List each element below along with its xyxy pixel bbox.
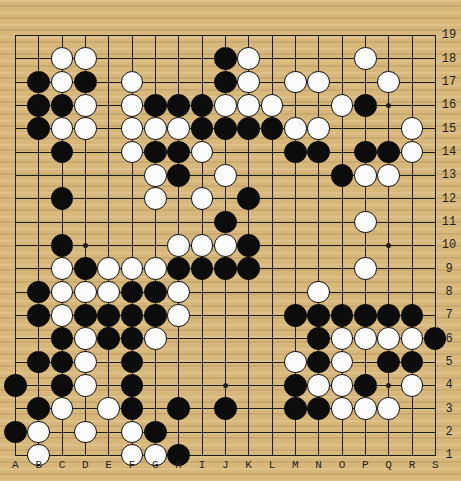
board-intersection-D16[interactable] bbox=[74, 94, 97, 117]
board-intersection-R12[interactable] bbox=[400, 187, 423, 210]
board-intersection-K5[interactable] bbox=[237, 350, 260, 373]
board-intersection-H4[interactable] bbox=[167, 374, 190, 397]
board-intersection-M12[interactable] bbox=[284, 187, 307, 210]
board-intersection-K4[interactable] bbox=[237, 374, 260, 397]
board-intersection-J19[interactable] bbox=[214, 24, 237, 47]
board-intersection-B9[interactable] bbox=[27, 257, 50, 280]
board-intersection-R18[interactable] bbox=[400, 47, 423, 70]
board-intersection-E3[interactable] bbox=[97, 397, 120, 420]
board-intersection-C4[interactable] bbox=[50, 374, 73, 397]
board-intersection-E5[interactable] bbox=[97, 350, 120, 373]
board-intersection-P5[interactable] bbox=[354, 350, 377, 373]
board-intersection-D17[interactable] bbox=[74, 70, 97, 93]
board-intersection-P18[interactable] bbox=[354, 47, 377, 70]
board-intersection-N14[interactable] bbox=[307, 140, 330, 163]
board-intersection-I5[interactable] bbox=[190, 350, 213, 373]
board-intersection-G14[interactable] bbox=[144, 140, 167, 163]
board-intersection-E10[interactable] bbox=[97, 234, 120, 257]
board-intersection-E6[interactable] bbox=[97, 327, 120, 350]
board-intersection-E16[interactable] bbox=[97, 94, 120, 117]
board-intersection-A10[interactable] bbox=[4, 234, 27, 257]
board-intersection-P19[interactable] bbox=[354, 24, 377, 47]
board-intersection-M14[interactable] bbox=[284, 140, 307, 163]
board-intersection-H8[interactable] bbox=[167, 280, 190, 303]
board-intersection-N12[interactable] bbox=[307, 187, 330, 210]
board-intersection-O9[interactable] bbox=[330, 257, 353, 280]
board-intersection-H5[interactable] bbox=[167, 350, 190, 373]
board-intersection-O5[interactable] bbox=[330, 350, 353, 373]
board-intersection-O3[interactable] bbox=[330, 397, 353, 420]
board-intersection-R10[interactable] bbox=[400, 234, 423, 257]
board-intersection-G12[interactable] bbox=[144, 187, 167, 210]
board-intersection-M3[interactable] bbox=[284, 397, 307, 420]
board-intersection-B4[interactable] bbox=[27, 374, 50, 397]
board-intersection-O6[interactable] bbox=[330, 327, 353, 350]
board-intersection-M6[interactable] bbox=[284, 327, 307, 350]
board-intersection-H10[interactable] bbox=[167, 234, 190, 257]
board-intersection-I6[interactable] bbox=[190, 327, 213, 350]
board-intersection-O15[interactable] bbox=[330, 117, 353, 140]
board-intersection-K15[interactable] bbox=[237, 117, 260, 140]
board-intersection-J12[interactable] bbox=[214, 187, 237, 210]
board-intersection-K10[interactable] bbox=[237, 234, 260, 257]
board-intersection-Q13[interactable] bbox=[377, 164, 400, 187]
board-intersection-E2[interactable] bbox=[97, 420, 120, 443]
board-intersection-G13[interactable] bbox=[144, 164, 167, 187]
board-intersection-L6[interactable] bbox=[260, 327, 283, 350]
board-intersection-K18[interactable] bbox=[237, 47, 260, 70]
board-intersection-D19[interactable] bbox=[74, 24, 97, 47]
board-intersection-H3[interactable] bbox=[167, 397, 190, 420]
board-intersection-D15[interactable] bbox=[74, 117, 97, 140]
board-intersection-F8[interactable] bbox=[120, 280, 143, 303]
board-intersection-A19[interactable] bbox=[4, 24, 27, 47]
board-intersection-D6[interactable] bbox=[74, 327, 97, 350]
board-intersection-C5[interactable] bbox=[50, 350, 73, 373]
board-intersection-H7[interactable] bbox=[167, 304, 190, 327]
board-intersection-I8[interactable] bbox=[190, 280, 213, 303]
board-intersection-H18[interactable] bbox=[167, 47, 190, 70]
board-intersection-B13[interactable] bbox=[27, 164, 50, 187]
board-intersection-P13[interactable] bbox=[354, 164, 377, 187]
board-intersection-Q10[interactable] bbox=[377, 234, 400, 257]
board-intersection-N2[interactable] bbox=[307, 420, 330, 443]
board-intersection-E17[interactable] bbox=[97, 70, 120, 93]
board-intersection-K11[interactable] bbox=[237, 210, 260, 233]
board-intersection-P12[interactable] bbox=[354, 187, 377, 210]
board-intersection-K14[interactable] bbox=[237, 140, 260, 163]
board-intersection-D18[interactable] bbox=[74, 47, 97, 70]
board-intersection-A8[interactable] bbox=[4, 280, 27, 303]
board-intersection-I2[interactable] bbox=[190, 420, 213, 443]
board-intersection-D8[interactable] bbox=[74, 280, 97, 303]
board-intersection-N5[interactable] bbox=[307, 350, 330, 373]
board-intersection-I11[interactable] bbox=[190, 210, 213, 233]
board-intersection-I10[interactable] bbox=[190, 234, 213, 257]
board-intersection-M17[interactable] bbox=[284, 70, 307, 93]
board-intersection-A12[interactable] bbox=[4, 187, 27, 210]
board-intersection-G3[interactable] bbox=[144, 397, 167, 420]
board-intersection-Q16[interactable] bbox=[377, 94, 400, 117]
board-intersection-D2[interactable] bbox=[74, 420, 97, 443]
board-intersection-C9[interactable] bbox=[50, 257, 73, 280]
board-intersection-Q9[interactable] bbox=[377, 257, 400, 280]
board-intersection-C7[interactable] bbox=[50, 304, 73, 327]
board-intersection-Q14[interactable] bbox=[377, 140, 400, 163]
board-intersection-M19[interactable] bbox=[284, 24, 307, 47]
board-intersection-J15[interactable] bbox=[214, 117, 237, 140]
board-intersection-F6[interactable] bbox=[120, 327, 143, 350]
board-intersection-C15[interactable] bbox=[50, 117, 73, 140]
board-intersection-A3[interactable] bbox=[4, 397, 27, 420]
board-intersection-D10[interactable] bbox=[74, 234, 97, 257]
board-intersection-E12[interactable] bbox=[97, 187, 120, 210]
board-intersection-B5[interactable] bbox=[27, 350, 50, 373]
board-intersection-D12[interactable] bbox=[74, 187, 97, 210]
board-intersection-G8[interactable] bbox=[144, 280, 167, 303]
board-intersection-J17[interactable] bbox=[214, 70, 237, 93]
board-intersection-G9[interactable] bbox=[144, 257, 167, 280]
board-intersection-C6[interactable] bbox=[50, 327, 73, 350]
board-intersection-P15[interactable] bbox=[354, 117, 377, 140]
board-intersection-I16[interactable] bbox=[190, 94, 213, 117]
board-intersection-Q11[interactable] bbox=[377, 210, 400, 233]
board-intersection-N6[interactable] bbox=[307, 327, 330, 350]
board-intersection-P4[interactable] bbox=[354, 374, 377, 397]
board-intersection-M18[interactable] bbox=[284, 47, 307, 70]
board-intersection-P2[interactable] bbox=[354, 420, 377, 443]
board-intersection-P16[interactable] bbox=[354, 94, 377, 117]
board-intersection-R16[interactable] bbox=[400, 94, 423, 117]
board-intersection-A5[interactable] bbox=[4, 350, 27, 373]
board-intersection-O16[interactable] bbox=[330, 94, 353, 117]
board-intersection-M2[interactable] bbox=[284, 420, 307, 443]
board-intersection-C10[interactable] bbox=[50, 234, 73, 257]
board-intersection-D11[interactable] bbox=[74, 210, 97, 233]
board-intersection-K16[interactable] bbox=[237, 94, 260, 117]
board-intersection-M13[interactable] bbox=[284, 164, 307, 187]
board-intersection-H16[interactable] bbox=[167, 94, 190, 117]
board-intersection-R8[interactable] bbox=[400, 280, 423, 303]
board-intersection-H6[interactable] bbox=[167, 327, 190, 350]
board-intersection-M15[interactable] bbox=[284, 117, 307, 140]
board-intersection-L13[interactable] bbox=[260, 164, 283, 187]
board-intersection-J18[interactable] bbox=[214, 47, 237, 70]
board-intersection-J13[interactable] bbox=[214, 164, 237, 187]
board-intersection-J7[interactable] bbox=[214, 304, 237, 327]
board-intersection-C19[interactable] bbox=[50, 24, 73, 47]
board-intersection-C18[interactable] bbox=[50, 47, 73, 70]
board-intersection-F4[interactable] bbox=[120, 374, 143, 397]
board-intersection-A17[interactable] bbox=[4, 70, 27, 93]
board-intersection-C16[interactable] bbox=[50, 94, 73, 117]
board-intersection-L14[interactable] bbox=[260, 140, 283, 163]
board-intersection-L19[interactable] bbox=[260, 24, 283, 47]
board-intersection-A13[interactable] bbox=[4, 164, 27, 187]
board-intersection-B18[interactable] bbox=[27, 47, 50, 70]
board-intersection-L11[interactable] bbox=[260, 210, 283, 233]
board-intersection-J16[interactable] bbox=[214, 94, 237, 117]
board-intersection-G17[interactable] bbox=[144, 70, 167, 93]
board-intersection-M5[interactable] bbox=[284, 350, 307, 373]
board-intersection-O14[interactable] bbox=[330, 140, 353, 163]
board-intersection-B7[interactable] bbox=[27, 304, 50, 327]
board-intersection-B6[interactable] bbox=[27, 327, 50, 350]
board-intersection-J9[interactable] bbox=[214, 257, 237, 280]
board-intersection-A9[interactable] bbox=[4, 257, 27, 280]
board-intersection-Q6[interactable] bbox=[377, 327, 400, 350]
board-intersection-I7[interactable] bbox=[190, 304, 213, 327]
board-intersection-A4[interactable] bbox=[4, 374, 27, 397]
board-intersection-F15[interactable] bbox=[120, 117, 143, 140]
board-intersection-B14[interactable] bbox=[27, 140, 50, 163]
board-intersection-M7[interactable] bbox=[284, 304, 307, 327]
board-intersection-H13[interactable] bbox=[167, 164, 190, 187]
board-intersection-D7[interactable] bbox=[74, 304, 97, 327]
board-intersection-R15[interactable] bbox=[400, 117, 423, 140]
board-intersection-C17[interactable] bbox=[50, 70, 73, 93]
board-intersection-D9[interactable] bbox=[74, 257, 97, 280]
board-intersection-R2[interactable] bbox=[400, 420, 423, 443]
board-intersection-E15[interactable] bbox=[97, 117, 120, 140]
board-intersection-Q18[interactable] bbox=[377, 47, 400, 70]
board-intersection-Q17[interactable] bbox=[377, 70, 400, 93]
board-intersection-Q8[interactable] bbox=[377, 280, 400, 303]
board-intersection-I3[interactable] bbox=[190, 397, 213, 420]
board-intersection-G11[interactable] bbox=[144, 210, 167, 233]
board-intersection-F11[interactable] bbox=[120, 210, 143, 233]
board-intersection-G19[interactable] bbox=[144, 24, 167, 47]
board-intersection-F5[interactable] bbox=[120, 350, 143, 373]
board-intersection-E14[interactable] bbox=[97, 140, 120, 163]
board-intersection-P10[interactable] bbox=[354, 234, 377, 257]
board-intersection-B19[interactable] bbox=[27, 24, 50, 47]
board-intersection-G10[interactable] bbox=[144, 234, 167, 257]
board-intersection-J2[interactable] bbox=[214, 420, 237, 443]
board-intersection-I12[interactable] bbox=[190, 187, 213, 210]
board-intersection-Q2[interactable] bbox=[377, 420, 400, 443]
board-intersection-B3[interactable] bbox=[27, 397, 50, 420]
board-intersection-A6[interactable] bbox=[4, 327, 27, 350]
board-intersection-L8[interactable] bbox=[260, 280, 283, 303]
board-intersection-N15[interactable] bbox=[307, 117, 330, 140]
board-intersection-G4[interactable] bbox=[144, 374, 167, 397]
board-intersection-M4[interactable] bbox=[284, 374, 307, 397]
board-intersection-C2[interactable] bbox=[50, 420, 73, 443]
board-intersection-G6[interactable] bbox=[144, 327, 167, 350]
board-intersection-N8[interactable] bbox=[307, 280, 330, 303]
board-intersection-J11[interactable] bbox=[214, 210, 237, 233]
board-intersection-D14[interactable] bbox=[74, 140, 97, 163]
board-intersection-F13[interactable] bbox=[120, 164, 143, 187]
board-intersection-D5[interactable] bbox=[74, 350, 97, 373]
board-intersection-K19[interactable] bbox=[237, 24, 260, 47]
board-intersection-A18[interactable] bbox=[4, 47, 27, 70]
board-intersection-A15[interactable] bbox=[4, 117, 27, 140]
board-intersection-E4[interactable] bbox=[97, 374, 120, 397]
board-intersection-N18[interactable] bbox=[307, 47, 330, 70]
board-intersection-K17[interactable] bbox=[237, 70, 260, 93]
board-intersection-B16[interactable] bbox=[27, 94, 50, 117]
board-intersection-G5[interactable] bbox=[144, 350, 167, 373]
board-intersection-A2[interactable] bbox=[4, 420, 27, 443]
board-intersection-H14[interactable] bbox=[167, 140, 190, 163]
board-intersection-B17[interactable] bbox=[27, 70, 50, 93]
board-intersection-N3[interactable] bbox=[307, 397, 330, 420]
board-intersection-O13[interactable] bbox=[330, 164, 353, 187]
board-intersection-N10[interactable] bbox=[307, 234, 330, 257]
board-intersection-M11[interactable] bbox=[284, 210, 307, 233]
board-intersection-M9[interactable] bbox=[284, 257, 307, 280]
board-intersection-P11[interactable] bbox=[354, 210, 377, 233]
board-intersection-P6[interactable] bbox=[354, 327, 377, 350]
board-intersection-A7[interactable] bbox=[4, 304, 27, 327]
board-intersection-R4[interactable] bbox=[400, 374, 423, 397]
board-intersection-L18[interactable] bbox=[260, 47, 283, 70]
board-intersection-B11[interactable] bbox=[27, 210, 50, 233]
board-intersection-L10[interactable] bbox=[260, 234, 283, 257]
board-intersection-L17[interactable] bbox=[260, 70, 283, 93]
board-intersection-O8[interactable] bbox=[330, 280, 353, 303]
board-intersection-R6[interactable] bbox=[400, 327, 423, 350]
board-intersection-O11[interactable] bbox=[330, 210, 353, 233]
board-intersection-M10[interactable] bbox=[284, 234, 307, 257]
board-intersection-L5[interactable] bbox=[260, 350, 283, 373]
board-intersection-K12[interactable] bbox=[237, 187, 260, 210]
board-intersection-C12[interactable] bbox=[50, 187, 73, 210]
board-intersection-N16[interactable] bbox=[307, 94, 330, 117]
board-intersection-Q12[interactable] bbox=[377, 187, 400, 210]
board-intersection-J3[interactable] bbox=[214, 397, 237, 420]
board-intersection-F17[interactable] bbox=[120, 70, 143, 93]
board-intersection-N19[interactable] bbox=[307, 24, 330, 47]
board-intersection-C11[interactable] bbox=[50, 210, 73, 233]
board-intersection-F9[interactable] bbox=[120, 257, 143, 280]
board-intersection-P14[interactable] bbox=[354, 140, 377, 163]
board-intersection-J6[interactable] bbox=[214, 327, 237, 350]
board-intersection-N9[interactable] bbox=[307, 257, 330, 280]
board-intersection-P7[interactable] bbox=[354, 304, 377, 327]
board-intersection-P17[interactable] bbox=[354, 70, 377, 93]
board-intersection-R17[interactable] bbox=[400, 70, 423, 93]
board-intersection-I9[interactable] bbox=[190, 257, 213, 280]
board-intersection-O18[interactable] bbox=[330, 47, 353, 70]
board-intersection-M16[interactable] bbox=[284, 94, 307, 117]
board-intersection-K3[interactable] bbox=[237, 397, 260, 420]
board-intersection-J10[interactable] bbox=[214, 234, 237, 257]
board-intersection-R7[interactable] bbox=[400, 304, 423, 327]
board-intersection-N7[interactable] bbox=[307, 304, 330, 327]
board-intersection-J4[interactable] bbox=[214, 374, 237, 397]
board-intersection-N11[interactable] bbox=[307, 210, 330, 233]
board-intersection-H9[interactable] bbox=[167, 257, 190, 280]
board-intersection-R19[interactable] bbox=[400, 24, 423, 47]
board-intersection-L15[interactable] bbox=[260, 117, 283, 140]
board-intersection-E9[interactable] bbox=[97, 257, 120, 280]
board-intersection-C3[interactable] bbox=[50, 397, 73, 420]
board-intersection-K2[interactable] bbox=[237, 420, 260, 443]
board-intersection-R11[interactable] bbox=[400, 210, 423, 233]
board-intersection-D13[interactable] bbox=[74, 164, 97, 187]
board-intersection-F14[interactable] bbox=[120, 140, 143, 163]
board-intersection-K13[interactable] bbox=[237, 164, 260, 187]
board-intersection-F19[interactable] bbox=[120, 24, 143, 47]
board-intersection-K7[interactable] bbox=[237, 304, 260, 327]
board-intersection-O19[interactable] bbox=[330, 24, 353, 47]
board-intersection-J14[interactable] bbox=[214, 140, 237, 163]
board-intersection-Q7[interactable] bbox=[377, 304, 400, 327]
board-intersection-O12[interactable] bbox=[330, 187, 353, 210]
board-intersection-L2[interactable] bbox=[260, 420, 283, 443]
board-intersection-P8[interactable] bbox=[354, 280, 377, 303]
board-intersection-R13[interactable] bbox=[400, 164, 423, 187]
board-intersection-C14[interactable] bbox=[50, 140, 73, 163]
board-intersection-L9[interactable] bbox=[260, 257, 283, 280]
board-intersection-K6[interactable] bbox=[237, 327, 260, 350]
board-intersection-L16[interactable] bbox=[260, 94, 283, 117]
board-intersection-I4[interactable] bbox=[190, 374, 213, 397]
board-intersection-R3[interactable] bbox=[400, 397, 423, 420]
board-intersection-G15[interactable] bbox=[144, 117, 167, 140]
board-intersection-J8[interactable] bbox=[214, 280, 237, 303]
board-intersection-Q15[interactable] bbox=[377, 117, 400, 140]
board-intersection-E11[interactable] bbox=[97, 210, 120, 233]
board-intersection-R5[interactable] bbox=[400, 350, 423, 373]
board-intersection-D4[interactable] bbox=[74, 374, 97, 397]
board-intersection-F10[interactable] bbox=[120, 234, 143, 257]
board-intersection-F16[interactable] bbox=[120, 94, 143, 117]
board-intersection-L4[interactable] bbox=[260, 374, 283, 397]
board-intersection-N4[interactable] bbox=[307, 374, 330, 397]
board-intersection-F7[interactable] bbox=[120, 304, 143, 327]
board-intersection-F18[interactable] bbox=[120, 47, 143, 70]
board-intersection-O2[interactable] bbox=[330, 420, 353, 443]
board-intersection-B15[interactable] bbox=[27, 117, 50, 140]
board-intersection-F2[interactable] bbox=[120, 420, 143, 443]
board-intersection-K8[interactable] bbox=[237, 280, 260, 303]
board-intersection-Q19[interactable] bbox=[377, 24, 400, 47]
board-intersection-M8[interactable] bbox=[284, 280, 307, 303]
board-intersection-L7[interactable] bbox=[260, 304, 283, 327]
board-intersection-H17[interactable] bbox=[167, 70, 190, 93]
board-intersection-N17[interactable] bbox=[307, 70, 330, 93]
board-intersection-R14[interactable] bbox=[400, 140, 423, 163]
board-intersection-L3[interactable] bbox=[260, 397, 283, 420]
board-intersection-E7[interactable] bbox=[97, 304, 120, 327]
board-intersection-H12[interactable] bbox=[167, 187, 190, 210]
board-intersection-P9[interactable] bbox=[354, 257, 377, 280]
board-intersection-K9[interactable] bbox=[237, 257, 260, 280]
board-intersection-A14[interactable] bbox=[4, 140, 27, 163]
board-intersection-Q5[interactable] bbox=[377, 350, 400, 373]
board-intersection-P3[interactable] bbox=[354, 397, 377, 420]
board-intersection-A11[interactable] bbox=[4, 210, 27, 233]
board-intersection-I17[interactable] bbox=[190, 70, 213, 93]
board-intersection-H2[interactable] bbox=[167, 420, 190, 443]
board-intersection-H11[interactable] bbox=[167, 210, 190, 233]
board-intersection-G2[interactable] bbox=[144, 420, 167, 443]
board-intersection-I13[interactable] bbox=[190, 164, 213, 187]
board-intersection-G16[interactable] bbox=[144, 94, 167, 117]
board-intersection-B2[interactable] bbox=[27, 420, 50, 443]
board-intersection-E13[interactable] bbox=[97, 164, 120, 187]
board-intersection-E18[interactable] bbox=[97, 47, 120, 70]
board-intersection-B10[interactable] bbox=[27, 234, 50, 257]
board-intersection-Q3[interactable] bbox=[377, 397, 400, 420]
board-intersection-J5[interactable] bbox=[214, 350, 237, 373]
board-intersection-H19[interactable] bbox=[167, 24, 190, 47]
board-intersection-F12[interactable] bbox=[120, 187, 143, 210]
